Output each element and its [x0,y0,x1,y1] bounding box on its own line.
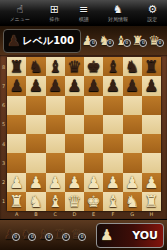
knight-icon: ♞ [113,4,123,16]
rank-label-8: 8 [0,57,7,76]
menu-button[interactable]: ☝ メニュー [10,4,30,22]
file-label-a: A [7,211,26,218]
file-label-f: F [103,211,122,218]
operation-button[interactable]: ⊞ 操作 [49,4,59,22]
captured-count: 0 [123,39,131,47]
square-h6[interactable] [142,96,161,115]
white-pawn: ♟ [9,174,23,191]
white-pawn: ♟ [106,174,120,191]
square-b7[interactable]: ♟ [26,76,45,95]
tools-icon: ⚙ [147,4,157,16]
square-e1[interactable]: ♚ [84,192,103,211]
black-pawn: ♟ [48,77,62,94]
captured-count: 0 [28,233,36,241]
file-label-b: B [26,211,45,218]
file-label-g: G [123,211,142,218]
rank-label-6: 6 [0,96,7,115]
square-a6[interactable] [7,96,26,115]
white-pawn: ♟ [86,174,100,191]
white-queen: ♛ [67,193,81,210]
square-f7[interactable]: ♟ [103,76,122,95]
square-e5[interactable] [84,115,103,134]
white-king: ♚ [86,193,100,210]
settings-button[interactable]: ⚙ 設定 [147,4,157,22]
captured-white-queen: ♛0 [148,34,164,48]
captured-black-rook: ♜0 [54,228,70,242]
square-d4[interactable] [65,134,84,153]
square-a4[interactable] [7,134,26,153]
rank-label-5: 5 [0,115,7,134]
captured-black-queen: ♛0 [71,228,87,242]
captured-count: 0 [106,39,114,47]
square-e8[interactable]: ♚ [84,57,103,76]
rank-labels: 87654321 [0,57,7,211]
square-g5[interactable] [123,115,142,134]
square-a2[interactable]: ♟ [7,173,26,192]
square-h8[interactable]: ♜ [142,57,161,76]
square-g4[interactable] [123,134,142,153]
black-king: ♚ [86,58,100,75]
file-label-e: E [84,211,103,218]
list-icon: ≡ [79,4,88,16]
square-g8[interactable]: ♞ [123,57,142,76]
black-knight: ♞ [29,58,43,75]
captured-black-knight: ♞0 [21,228,37,242]
menu-button-label: メニュー [10,16,30,22]
square-b3[interactable] [26,153,45,172]
square-b6[interactable] [26,96,45,115]
square-g6[interactable] [123,96,142,115]
rank-label-4: 4 [0,134,7,153]
square-c7[interactable]: ♟ [46,76,65,95]
captured-black-bishop: ♝0 [37,228,53,242]
square-c4[interactable] [46,134,65,153]
square-a1[interactable]: ♜ [7,192,26,211]
captured-count: 0 [89,39,97,47]
square-c2[interactable]: ♟ [46,173,65,192]
file-label-c: C [46,211,65,218]
square-a5[interactable] [7,115,26,134]
black-bishop: ♝ [48,58,62,75]
square-f5[interactable] [103,115,122,134]
square-g3[interactable] [123,153,142,172]
square-g2[interactable]: ♟ [123,173,142,192]
white-pawn: ♟ [144,174,158,191]
square-d1[interactable]: ♛ [65,192,84,211]
square-e7[interactable]: ♟ [84,76,103,95]
white-pawn: ♟ [48,174,62,191]
black-pawn: ♟ [9,77,23,94]
captured-count: 0 [139,39,147,47]
square-f3[interactable] [103,153,122,172]
square-f2[interactable]: ♟ [103,173,122,192]
square-e2[interactable]: ♟ [84,173,103,192]
captured-black-pawn: ♟0 [4,228,20,242]
square-h5[interactable] [142,115,161,134]
white-bishop: ♝ [106,193,120,210]
captured-white-rook: ♜0 [132,34,148,48]
square-b8[interactable]: ♞ [26,57,45,76]
square-g1[interactable]: ♞ [123,192,142,211]
square-g7[interactable]: ♟ [123,76,142,95]
square-d8[interactable]: ♛ [65,57,84,76]
black-pawn: ♟ [125,77,139,94]
black-pawn: ♟ [86,77,100,94]
square-a8[interactable]: ♜ [7,57,26,76]
square-h7[interactable]: ♟ [142,76,161,95]
game-record-button-label: 棋譜 [79,16,89,22]
opponent-badge: ♟ レベル100 [3,29,81,53]
square-f8[interactable]: ♝ [103,57,122,76]
game-info-button-label: 対局情報 [108,16,128,22]
square-d5[interactable] [65,115,84,134]
white-pawn: ♟ [29,174,43,191]
captured-white-knight: ♞0 [98,34,114,48]
white-pawn-avatar-icon: ♟ [100,226,113,244]
window-icon: ⊞ [50,4,59,16]
square-b4[interactable] [26,134,45,153]
square-h2[interactable]: ♟ [142,173,161,192]
file-label-h: H [142,211,161,218]
rank-label-2: 2 [0,173,7,192]
square-h1[interactable]: ♜ [142,192,161,211]
square-d2[interactable]: ♟ [65,173,84,192]
white-pawn: ♟ [67,174,81,191]
square-f1[interactable]: ♝ [103,192,122,211]
rank-label-7: 7 [0,76,7,95]
square-f6[interactable] [103,96,122,115]
captured-white-pawn: ♟0 [82,34,98,48]
rank-label-1: 1 [0,192,7,211]
black-pawn-avatar-icon: ♟ [7,32,20,50]
opponent-captured-tray: ♟0 ♞0 ♝0 ♜0 ♛0 [81,34,164,48]
game-info-button[interactable]: ♞ 対局情報 [108,4,128,22]
captured-count: 0 [12,233,20,241]
black-bishop: ♝ [106,58,120,75]
square-e6[interactable] [84,96,103,115]
black-knight: ♞ [125,58,139,75]
rank-label-3: 3 [0,153,7,172]
square-d3[interactable] [65,153,84,172]
black-pawn: ♟ [29,77,43,94]
square-h3[interactable] [142,153,161,172]
captured-white-bishop: ♝0 [115,34,131,48]
square-f4[interactable] [103,134,122,153]
black-pawn: ♟ [67,77,81,94]
hand-cursor-icon: ☝ [16,4,23,16]
file-labels: ABCDEFGH [7,211,161,218]
settings-button-label: 設定 [147,16,157,22]
square-c5[interactable] [46,115,65,134]
opponent-bar: ♟ レベル100 ♟0 ♞0 ♝0 ♜0 ♛0 [0,26,167,55]
file-label-d: D [65,211,84,218]
white-knight: ♞ [29,193,43,210]
square-a7[interactable]: ♟ [7,76,26,95]
square-e3[interactable] [84,153,103,172]
black-pawn: ♟ [106,77,120,94]
square-b1[interactable]: ♞ [26,192,45,211]
square-c6[interactable] [46,96,65,115]
captured-count: 0 [78,233,86,241]
white-pawn: ♟ [125,174,139,191]
square-e4[interactable] [84,134,103,153]
square-d7[interactable]: ♟ [65,76,84,95]
square-c3[interactable] [46,153,65,172]
captured-count: 0 [156,39,164,47]
square-c8[interactable]: ♝ [46,57,65,76]
toolbar: ☝ メニュー ⊞ 操作 ≡ 棋譜 ♞ 対局情報 ⚙ 設定 [0,0,167,26]
white-rook: ♜ [9,193,23,210]
opponent-name: レベル100 [22,34,74,48]
square-h4[interactable] [142,134,161,153]
player-bar: ♟0 ♞0 ♝0 ♜0 ♛0 ♟ YOU [0,219,167,250]
black-queen: ♛ [67,58,81,75]
player-captured-tray: ♟0 ♞0 ♝0 ♜0 ♛0 [3,228,86,242]
square-b5[interactable] [26,115,45,134]
white-rook: ♜ [144,193,158,210]
player-name: YOU [132,229,158,242]
player-badge: ♟ YOU [96,223,164,248]
square-b2[interactable]: ♟ [26,173,45,192]
square-d6[interactable] [65,96,84,115]
black-rook: ♜ [9,58,23,75]
board-frame: 87654321 ♜♞♝♛♚♝♞♜♟♟♟♟♟♟♟♟♟♟♟♟♟♟♟♟♜♞♝♛♚♝♞… [0,55,167,219]
captured-count: 0 [45,233,53,241]
game-record-button[interactable]: ≡ 棋譜 [79,4,89,22]
black-rook: ♜ [144,58,158,75]
square-a3[interactable] [7,153,26,172]
white-knight: ♞ [125,193,139,210]
board-grid: ♜♞♝♛♚♝♞♜♟♟♟♟♟♟♟♟♟♟♟♟♟♟♟♟♜♞♝♛♚♝♞♜ [7,57,161,211]
square-c1[interactable]: ♝ [46,192,65,211]
operation-button-label: 操作 [49,16,59,22]
white-bishop: ♝ [48,193,62,210]
black-pawn: ♟ [144,77,158,94]
captured-count: 0 [62,233,70,241]
